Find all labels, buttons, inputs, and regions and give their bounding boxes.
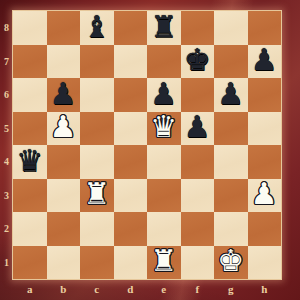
square-h6[interactable] xyxy=(248,78,282,112)
piece-black-pawn[interactable]: ♟ xyxy=(184,112,211,142)
square-d4[interactable] xyxy=(114,145,148,179)
chess-board-frame: 87654321 ♝♜♚♟♟♟♟♟♛♟♛♜♟♜♚ abcdefgh xyxy=(0,0,300,300)
square-h1[interactable] xyxy=(248,246,282,280)
piece-white-rook[interactable]: ♜ xyxy=(83,179,110,209)
square-c7[interactable] xyxy=(80,45,114,79)
square-d1[interactable] xyxy=(114,246,148,280)
square-c2[interactable] xyxy=(80,212,114,246)
square-f8[interactable] xyxy=(181,11,215,45)
file-label-h: h xyxy=(248,279,282,298)
square-d7[interactable] xyxy=(114,45,148,79)
square-c5[interactable] xyxy=(80,112,114,146)
file-label-e: e xyxy=(147,279,181,298)
piece-black-pawn[interactable]: ♟ xyxy=(217,79,244,109)
square-g1[interactable]: ♚ xyxy=(214,246,248,280)
square-b3[interactable] xyxy=(47,179,81,213)
square-h3[interactable]: ♟ xyxy=(248,179,282,213)
square-h2[interactable] xyxy=(248,212,282,246)
rank-labels: 87654321 xyxy=(0,11,13,279)
square-h4[interactable] xyxy=(248,145,282,179)
square-e2[interactable] xyxy=(147,212,181,246)
file-label-g: g xyxy=(214,279,248,298)
square-d3[interactable] xyxy=(114,179,148,213)
square-a6[interactable] xyxy=(13,78,47,112)
square-a2[interactable] xyxy=(13,212,47,246)
square-b1[interactable] xyxy=(47,246,81,280)
rank-label-2: 2 xyxy=(0,212,13,246)
piece-white-pawn[interactable]: ♟ xyxy=(50,112,77,142)
square-h7[interactable]: ♟ xyxy=(248,45,282,79)
square-f5[interactable]: ♟ xyxy=(181,112,215,146)
piece-black-king[interactable]: ♚ xyxy=(184,45,211,75)
piece-black-pawn[interactable]: ♟ xyxy=(251,45,278,75)
square-e3[interactable] xyxy=(147,179,181,213)
square-h5[interactable] xyxy=(248,112,282,146)
chess-board[interactable]: ♝♜♚♟♟♟♟♟♛♟♛♜♟♜♚ xyxy=(13,11,281,279)
file-label-c: c xyxy=(80,279,114,298)
piece-black-queen[interactable]: ♛ xyxy=(16,146,43,176)
square-c1[interactable] xyxy=(80,246,114,280)
square-g4[interactable] xyxy=(214,145,248,179)
square-d2[interactable] xyxy=(114,212,148,246)
rank-label-4: 4 xyxy=(0,145,13,179)
file-label-a: a xyxy=(13,279,47,298)
square-f3[interactable] xyxy=(181,179,215,213)
square-b2[interactable] xyxy=(47,212,81,246)
square-d5[interactable] xyxy=(114,112,148,146)
square-e1[interactable]: ♜ xyxy=(147,246,181,280)
square-e5[interactable]: ♛ xyxy=(147,112,181,146)
square-g8[interactable] xyxy=(214,11,248,45)
file-labels: abcdefgh xyxy=(13,279,281,298)
square-c4[interactable] xyxy=(80,145,114,179)
square-g6[interactable]: ♟ xyxy=(214,78,248,112)
square-f4[interactable] xyxy=(181,145,215,179)
square-d8[interactable] xyxy=(114,11,148,45)
square-c8[interactable]: ♝ xyxy=(80,11,114,45)
square-b4[interactable] xyxy=(47,145,81,179)
square-b7[interactable] xyxy=(47,45,81,79)
piece-white-rook[interactable]: ♜ xyxy=(150,246,177,276)
rank-label-6: 6 xyxy=(0,78,13,112)
piece-white-queen[interactable]: ♛ xyxy=(150,112,177,142)
square-c3[interactable]: ♜ xyxy=(80,179,114,213)
file-label-b: b xyxy=(47,279,81,298)
square-e8[interactable]: ♜ xyxy=(147,11,181,45)
square-g3[interactable] xyxy=(214,179,248,213)
square-g5[interactable] xyxy=(214,112,248,146)
square-a7[interactable] xyxy=(13,45,47,79)
square-a8[interactable] xyxy=(13,11,47,45)
square-g7[interactable] xyxy=(214,45,248,79)
square-f7[interactable]: ♚ xyxy=(181,45,215,79)
square-a5[interactable] xyxy=(13,112,47,146)
square-c6[interactable] xyxy=(80,78,114,112)
square-e6[interactable]: ♟ xyxy=(147,78,181,112)
piece-black-rook[interactable]: ♜ xyxy=(150,12,177,42)
piece-black-bishop[interactable]: ♝ xyxy=(83,12,110,42)
rank-label-5: 5 xyxy=(0,112,13,146)
rank-label-7: 7 xyxy=(0,45,13,79)
square-e4[interactable] xyxy=(147,145,181,179)
piece-white-king[interactable]: ♚ xyxy=(217,246,244,276)
square-h8[interactable] xyxy=(248,11,282,45)
square-g2[interactable] xyxy=(214,212,248,246)
square-f6[interactable] xyxy=(181,78,215,112)
rank-label-8: 8 xyxy=(0,11,13,45)
square-b5[interactable]: ♟ xyxy=(47,112,81,146)
file-label-f: f xyxy=(181,279,215,298)
square-f2[interactable] xyxy=(181,212,215,246)
square-d6[interactable] xyxy=(114,78,148,112)
piece-black-pawn[interactable]: ♟ xyxy=(50,79,77,109)
square-a4[interactable]: ♛ xyxy=(13,145,47,179)
square-a3[interactable] xyxy=(13,179,47,213)
square-f1[interactable] xyxy=(181,246,215,280)
piece-white-pawn[interactable]: ♟ xyxy=(251,179,278,209)
square-b6[interactable]: ♟ xyxy=(47,78,81,112)
rank-label-3: 3 xyxy=(0,179,13,213)
square-a1[interactable] xyxy=(13,246,47,280)
square-e7[interactable] xyxy=(147,45,181,79)
rank-label-1: 1 xyxy=(0,246,13,280)
file-label-d: d xyxy=(114,279,148,298)
square-b8[interactable] xyxy=(47,11,81,45)
piece-black-pawn[interactable]: ♟ xyxy=(150,79,177,109)
